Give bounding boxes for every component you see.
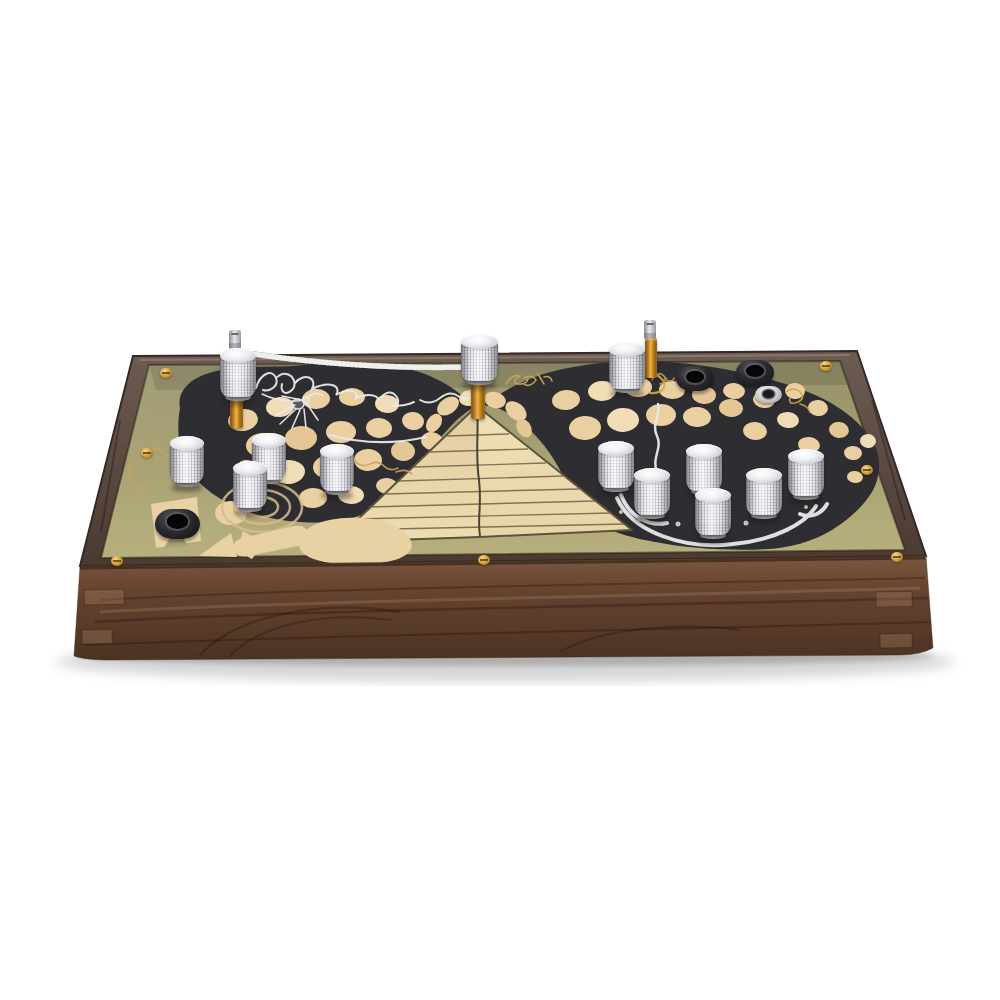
panel-screw-1 — [160, 368, 172, 378]
knob-8 — [598, 441, 634, 491]
knob-13-cap — [788, 449, 824, 464]
device-photo: Product photograph on a white background… — [0, 0, 1000, 1000]
knob-13 — [788, 449, 824, 499]
panel-screw-5 — [111, 556, 123, 566]
jack-metal — [755, 386, 782, 403]
wood-front-face — [74, 556, 933, 660]
jack-3 — [155, 509, 200, 539]
knob-2-cap — [170, 436, 204, 451]
device-artwork — [0, 0, 1000, 1000]
jack-2 — [736, 360, 774, 385]
knob-8-cap — [598, 441, 634, 456]
knob-5-cap — [320, 444, 354, 459]
standoff-right — [645, 338, 657, 378]
knob-1-cap — [220, 348, 256, 363]
knob-11-cap — [695, 488, 731, 503]
knob-5 — [320, 444, 354, 494]
knob-12-cap — [746, 468, 782, 483]
knob-10-cap — [686, 444, 722, 459]
knob-10 — [686, 444, 722, 494]
knob-6-cap — [461, 334, 498, 349]
thumbscrew-right — [644, 320, 656, 339]
panel-screw-7 — [891, 552, 903, 562]
knob-6 — [461, 334, 498, 384]
knob-9-cap — [634, 468, 670, 483]
knob-12 — [746, 468, 782, 518]
panel-screw-4 — [861, 465, 873, 475]
knob-11 — [695, 488, 731, 538]
knob-2 — [170, 436, 204, 486]
knob-7-cap — [609, 342, 645, 357]
panel-screw-3 — [141, 448, 153, 458]
jack-1 — [676, 366, 714, 391]
knob-9 — [634, 468, 670, 518]
knob-4-cap — [233, 461, 267, 476]
panel-screw-2 — [820, 361, 832, 371]
knob-7 — [609, 342, 645, 392]
knob-3-cap — [252, 433, 286, 448]
thumbscrew-left — [229, 330, 241, 349]
knob-1 — [220, 348, 256, 400]
panel-screw-6 — [478, 555, 490, 565]
knob-4 — [233, 461, 267, 511]
